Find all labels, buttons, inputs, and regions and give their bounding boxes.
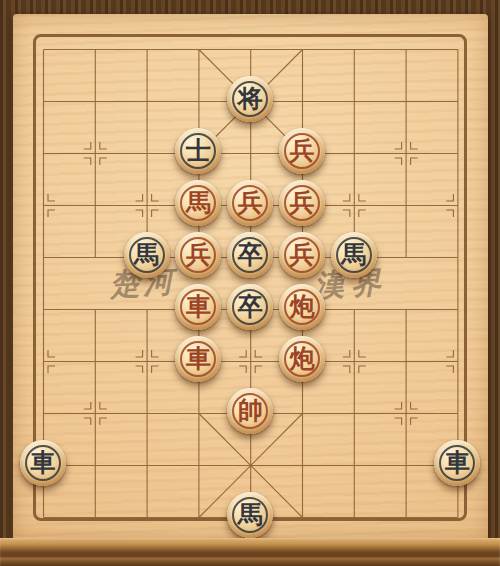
piece-ring (284, 341, 320, 377)
piece-glyph: 兵 (290, 138, 315, 163)
piece-ring (439, 445, 475, 481)
piece-red-soldier[interactable]: 兵 (279, 128, 325, 174)
piece-glyph: 馬 (341, 242, 366, 267)
xiangqi-app: 楚河 漢界 将士兵馬兵兵馬兵卒兵馬車卒炮車炮帥車車馬 (0, 0, 500, 566)
piece-ring (180, 341, 216, 377)
piece-glyph: 卒 (238, 294, 263, 319)
piece-glyph: 炮 (290, 294, 315, 319)
piece-glyph: 士 (186, 138, 211, 163)
piece-ring (284, 185, 320, 221)
piece-glyph: 車 (445, 450, 470, 475)
piece-glyph: 車 (186, 346, 211, 371)
xiangqi-board[interactable]: 楚河 漢界 将士兵馬兵兵馬兵卒兵馬車卒炮車炮帥車車馬 (13, 14, 488, 540)
piece-red-soldier[interactable]: 兵 (279, 232, 325, 278)
piece-glyph: 将 (238, 86, 263, 111)
piece-black-chariot[interactable]: 車 (434, 440, 480, 486)
piece-black-horse[interactable]: 馬 (331, 232, 377, 278)
piece-red-soldier[interactable]: 兵 (279, 180, 325, 226)
piece-ring (284, 289, 320, 325)
piece-ring (284, 133, 320, 169)
piece-black-general[interactable]: 将 (227, 76, 273, 122)
piece-red-cannon[interactable]: 炮 (279, 284, 325, 330)
piece-glyph: 馬 (186, 190, 211, 215)
piece-ring (284, 237, 320, 273)
piece-black-horse[interactable]: 馬 (227, 492, 273, 538)
piece-ring (232, 185, 268, 221)
piece-black-horse[interactable]: 馬 (124, 232, 170, 278)
piece-black-soldier[interactable]: 卒 (227, 232, 273, 278)
piece-ring (232, 497, 268, 533)
piece-glyph: 兵 (186, 242, 211, 267)
piece-glyph: 馬 (134, 242, 159, 267)
piece-glyph: 兵 (238, 190, 263, 215)
piece-ring (25, 445, 61, 481)
piece-glyph: 兵 (290, 190, 315, 215)
piece-glyph: 卒 (238, 242, 263, 267)
piece-ring (180, 185, 216, 221)
piece-red-general[interactable]: 帥 (227, 388, 273, 434)
piece-ring (180, 237, 216, 273)
piece-glyph: 馬 (238, 502, 263, 527)
piece-ring (232, 289, 268, 325)
piece-glyph: 帥 (238, 398, 263, 423)
piece-ring (232, 393, 268, 429)
piece-red-soldier[interactable]: 兵 (227, 180, 273, 226)
piece-ring (180, 289, 216, 325)
piece-black-chariot[interactable]: 車 (20, 440, 66, 486)
piece-glyph: 車 (186, 294, 211, 319)
piece-ring (232, 81, 268, 117)
board-bottom-ledge (0, 538, 500, 566)
piece-glyph: 兵 (290, 242, 315, 267)
piece-red-cannon[interactable]: 炮 (279, 336, 325, 382)
piece-glyph: 炮 (290, 346, 315, 371)
board-grid[interactable]: 楚河 漢界 将士兵馬兵兵馬兵卒兵馬車卒炮車炮帥車車馬 (43, 49, 459, 518)
piece-black-soldier[interactable]: 卒 (227, 284, 273, 330)
piece-ring (129, 237, 165, 273)
piece-ring (232, 237, 268, 273)
piece-ring (336, 237, 372, 273)
piece-ring (180, 133, 216, 169)
piece-glyph: 車 (31, 450, 56, 475)
